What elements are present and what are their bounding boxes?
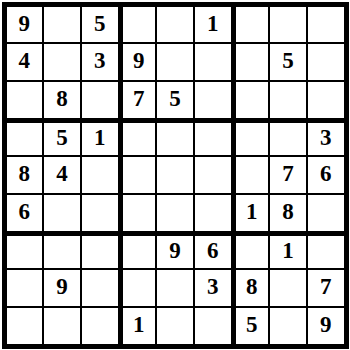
cell-r2c1[interactable]: 4 [7,44,43,80]
given-digit: 5 [169,87,181,110]
cell-r9c8[interactable] [270,308,306,344]
cell-r8c2[interactable]: 9 [44,270,80,306]
given-digit: 7 [320,275,332,298]
cell-r7c5[interactable]: 9 [157,233,193,269]
cell-r1c1[interactable]: 9 [7,7,43,43]
cell-r4c5[interactable] [157,120,193,156]
cell-r8c1[interactable] [7,270,43,306]
given-digit: 3 [94,49,106,72]
given-digit: 4 [19,49,31,72]
cell-r1c6[interactable]: 1 [195,7,231,43]
given-digit: 7 [282,162,294,185]
cell-r4c8[interactable] [270,120,306,156]
cell-r3c8[interactable] [270,82,306,118]
cell-r1c2[interactable] [44,7,80,43]
cell-r4c6[interactable] [195,120,231,156]
cell-r5c8[interactable]: 7 [270,157,306,193]
given-digit: 9 [320,313,332,336]
cell-r9c5[interactable] [157,308,193,344]
cell-r6c1[interactable]: 6 [7,195,43,231]
cell-r1c8[interactable] [270,7,306,43]
given-digit: 6 [320,162,332,185]
cell-r9c4[interactable]: 1 [120,308,156,344]
cell-r3c1[interactable] [7,82,43,118]
cell-r9c2[interactable] [44,308,80,344]
cell-r7c8[interactable]: 1 [270,233,306,269]
given-digit: 5 [246,313,258,336]
cell-r7c9[interactable] [308,233,344,269]
cell-r3c2[interactable]: 8 [44,82,80,118]
given-digit: 7 [133,87,145,110]
cell-r6c6[interactable] [195,195,231,231]
cell-r1c7[interactable] [233,7,269,43]
given-digit: 1 [94,126,106,149]
cell-r6c5[interactable] [157,195,193,231]
cell-r1c9[interactable] [308,7,344,43]
cell-r7c7[interactable] [233,233,269,269]
given-digit: 6 [207,239,219,262]
given-digit: 1 [133,313,145,336]
cell-r2c8[interactable]: 5 [270,44,306,80]
given-digit: 9 [56,275,68,298]
cell-r7c6[interactable]: 6 [195,233,231,269]
given-digit: 3 [320,126,332,149]
given-digit: 3 [207,275,219,298]
cell-r4c9[interactable]: 3 [308,120,344,156]
cell-r5c6[interactable] [195,157,231,193]
cell-r8c7[interactable]: 8 [233,270,269,306]
cell-r6c2[interactable] [44,195,80,231]
cell-r8c9[interactable]: 7 [308,270,344,306]
cell-r8c3[interactable] [82,270,118,306]
cell-r6c3[interactable] [82,195,118,231]
cell-r2c5[interactable] [157,44,193,80]
cell-r3c4[interactable]: 7 [120,82,156,118]
cell-r9c9[interactable]: 9 [308,308,344,344]
cell-r5c9[interactable]: 6 [308,157,344,193]
cell-r6c7[interactable]: 1 [233,195,269,231]
given-digit: 9 [169,239,181,262]
given-digit: 1 [207,12,219,35]
cell-r9c7[interactable]: 5 [233,308,269,344]
given-digit: 9 [19,12,31,35]
cell-r5c7[interactable] [233,157,269,193]
cell-r4c1[interactable] [7,120,43,156]
given-digit: 5 [56,126,68,149]
cell-r4c2[interactable]: 5 [44,120,80,156]
cell-r3c9[interactable] [308,82,344,118]
given-digit: 9 [133,49,145,72]
given-digit: 4 [56,162,68,185]
cell-r8c8[interactable] [270,270,306,306]
given-digit: 8 [282,200,294,223]
cell-r8c5[interactable] [157,270,193,306]
cell-r4c7[interactable] [233,120,269,156]
cell-r3c7[interactable] [233,82,269,118]
cell-r2c6[interactable] [195,44,231,80]
given-digit: 8 [246,275,258,298]
cell-r2c3[interactable]: 3 [82,44,118,80]
cell-r5c3[interactable] [82,157,118,193]
cell-r6c8[interactable]: 8 [270,195,306,231]
cell-r2c4[interactable]: 9 [120,44,156,80]
given-digit: 8 [56,87,68,110]
cell-r9c1[interactable] [7,308,43,344]
given-digit: 1 [246,200,258,223]
cell-r9c6[interactable] [195,308,231,344]
given-digit: 8 [19,162,31,185]
cell-r6c4[interactable] [120,195,156,231]
cell-r5c4[interactable] [120,157,156,193]
cell-r5c5[interactable] [157,157,193,193]
given-digit: 5 [94,12,106,35]
cell-r7c2[interactable] [44,233,80,269]
given-digit: 5 [282,49,294,72]
cell-r3c6[interactable] [195,82,231,118]
cell-r7c4[interactable] [120,233,156,269]
cell-r3c5[interactable]: 5 [157,82,193,118]
given-digit: 6 [19,200,31,223]
cell-r5c1[interactable]: 8 [7,157,43,193]
cell-r5c2[interactable]: 4 [44,157,80,193]
cell-r2c2[interactable] [44,44,80,80]
cell-r3c3[interactable] [82,82,118,118]
cell-r8c4[interactable] [120,270,156,306]
cell-r2c9[interactable] [308,44,344,80]
cell-r4c4[interactable] [120,120,156,156]
cell-r2c7[interactable] [233,44,269,80]
cell-r7c1[interactable] [7,233,43,269]
cell-r8c6[interactable]: 3 [195,270,231,306]
cell-r1c5[interactable] [157,7,193,43]
cell-r1c4[interactable] [120,7,156,43]
cell-r1c3[interactable]: 5 [82,7,118,43]
cell-r9c3[interactable] [82,308,118,344]
sudoku-board: 951439587551384766189619387159 [2,2,349,349]
cell-r7c3[interactable] [82,233,118,269]
given-digit: 1 [282,239,294,262]
cell-r4c3[interactable]: 1 [82,120,118,156]
sudoku-page: 951439587551384766189619387159 [0,0,350,350]
cell-r6c9[interactable] [308,195,344,231]
